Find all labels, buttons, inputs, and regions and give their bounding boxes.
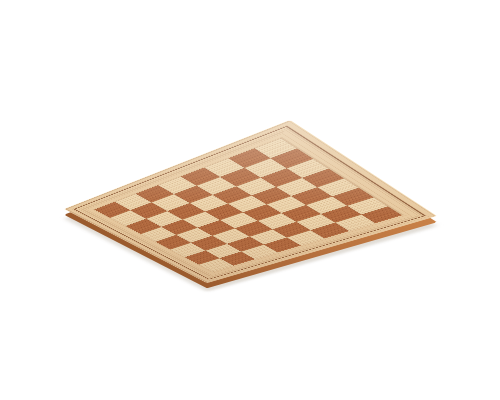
chess-board (64, 120, 437, 283)
product-photo-background (0, 0, 500, 400)
